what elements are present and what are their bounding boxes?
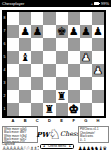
black-pawn-h7: ♟ [93,25,103,38]
square-g4[interactable] [80,64,92,77]
rank-label: 6 [2,38,7,51]
square-f4[interactable] [68,64,80,77]
square-h5[interactable] [92,51,104,64]
square-e1[interactable] [56,103,68,116]
square-e3[interactable] [56,77,68,90]
black-pawn-g7: ♟ [81,25,91,38]
file-label: E [56,119,68,123]
white-pawn-g5: ♟ [81,51,91,64]
square-d7[interactable] [43,25,55,38]
square-a1[interactable] [7,103,19,116]
square-c6[interactable] [31,38,43,51]
square-d8[interactable] [43,12,55,25]
file-label: H [92,119,104,123]
square-b5[interactable]: ♝ [19,51,31,64]
square-f3[interactable] [68,77,80,90]
rank-label: 7 [2,25,7,38]
square-b7[interactable]: ♟ [19,25,31,38]
square-c5[interactable] [31,51,43,64]
rank-label: 1 [2,103,7,116]
rank-label: 3 [2,77,7,90]
square-g2[interactable] [80,90,92,103]
square-c3[interactable] [31,77,43,90]
square-f2[interactable] [68,90,80,103]
square-g5[interactable]: ♟ [80,51,92,64]
file-label: G [80,119,92,123]
square-b6[interactable] [19,38,31,51]
white-pawn-h4: ♟ [93,64,103,77]
black-bishop-b5: ♝ [20,51,30,64]
square-f1[interactable]: ♚ [68,103,80,116]
square-h4[interactable]: ♟ [92,64,104,77]
square-a8[interactable] [7,12,19,25]
board-squares: ♟♟♚♟♟♟♝♟♟♜♜♚ [7,12,104,116]
square-e4[interactable] [56,64,68,77]
rank-label: 5 [2,51,7,64]
file-label: D [43,119,55,123]
square-c1[interactable] [31,103,43,116]
square-c4[interactable] [31,64,43,77]
square-a5[interactable] [7,51,19,64]
power-plug-icon: + [91,2,93,6]
square-g6[interactable] [80,38,92,51]
square-f5[interactable] [68,51,80,64]
black-pawn-b7: ♟ [20,25,30,38]
square-a6[interactable] [7,38,19,51]
square-d6[interactable] [43,38,55,51]
square-b2[interactable] [19,90,31,103]
black-rook-e2: ♜ [57,90,67,103]
square-h3[interactable] [92,77,104,90]
battery-icon [94,2,99,5]
square-e5[interactable] [56,51,68,64]
white-king-f1: ♚ [69,103,79,116]
chess-board: 87654321 ♟♟♚♟♟♟♝♟♟♜♜♚ [2,10,106,118]
square-e7[interactable]: ♚ [56,25,68,38]
square-g8[interactable] [80,12,92,25]
captured-white-pieces-tray: ♙♙♙♙♙♙♘♘♗♗♖♖♕ [2,146,39,151]
rank-label: 2 [2,90,7,103]
file-label: B [19,119,31,123]
black-pawn-c7: ♟ [32,25,42,38]
square-d1[interactable]: ♜ [43,103,55,116]
square-d5[interactable] [43,51,55,64]
square-h2[interactable] [92,90,104,103]
file-label: C [31,119,43,123]
app-title: Chessplayer [2,2,24,6]
black-pawn-f7: ♟ [69,25,79,38]
square-a3[interactable] [7,77,19,90]
file-label: F [68,119,80,123]
square-b1[interactable] [19,103,31,116]
square-a4[interactable] [7,64,19,77]
battery-level: 99% [101,2,109,6]
square-a7[interactable] [7,25,19,38]
square-d3[interactable] [43,77,55,90]
file-label: A [7,119,19,123]
square-g1[interactable] [80,103,92,116]
rank-label: 8 [2,12,7,25]
move-history-panel: White move: g4g5Black move: d8e7White mo… [2,126,38,143]
menu-left-arrow-icon[interactable]: ◄ [43,145,46,148]
square-d4[interactable] [43,64,55,77]
file-labels: ABCDEFGH [7,119,104,123]
square-e2[interactable]: ♜ [56,90,68,103]
square-h1[interactable] [92,103,104,116]
captured-black-pieces-tray: ♟♟♟♞♞♝♛ [78,146,110,151]
game-info-panel: PWChess v1.1Checkmate!Black wins0 - 1 [78,126,109,143]
menu-right-arrow-icon[interactable]: ► [69,145,72,148]
square-h6[interactable] [92,38,104,51]
square-b8[interactable] [19,12,31,25]
square-a2[interactable] [7,90,19,103]
chess-menu-label: Chess Menu [48,145,66,148]
square-c7[interactable]: ♟ [31,25,43,38]
square-c2[interactable] [31,90,43,103]
square-d2[interactable] [43,90,55,103]
black-king-e7: ♚ [57,25,67,38]
logo-chess-text: Chess [60,130,80,138]
square-h7[interactable]: ♟ [92,25,104,38]
square-f7[interactable]: ♟ [68,25,80,38]
square-g3[interactable] [80,77,92,90]
rank-labels: 87654321 [2,12,7,116]
square-h8[interactable] [92,12,104,25]
square-e6[interactable] [56,38,68,51]
status-bar: Chessplayer + 99% [0,0,111,7]
rank-label: 4 [2,64,7,77]
square-g7[interactable]: ♟ [80,25,92,38]
square-e8[interactable] [56,12,68,25]
info-line: 0 - 1 [80,139,107,143]
pwchess-logo: PW ♘ Chess [39,125,77,143]
chess-menu-button[interactable]: ◄ Chess Menu ► [40,144,74,150]
black-rook-d1: ♜ [45,103,55,116]
square-b4[interactable] [19,64,31,77]
square-f6[interactable] [68,38,80,51]
square-f8[interactable] [68,12,80,25]
square-b3[interactable] [19,77,31,90]
square-c8[interactable] [31,12,43,25]
